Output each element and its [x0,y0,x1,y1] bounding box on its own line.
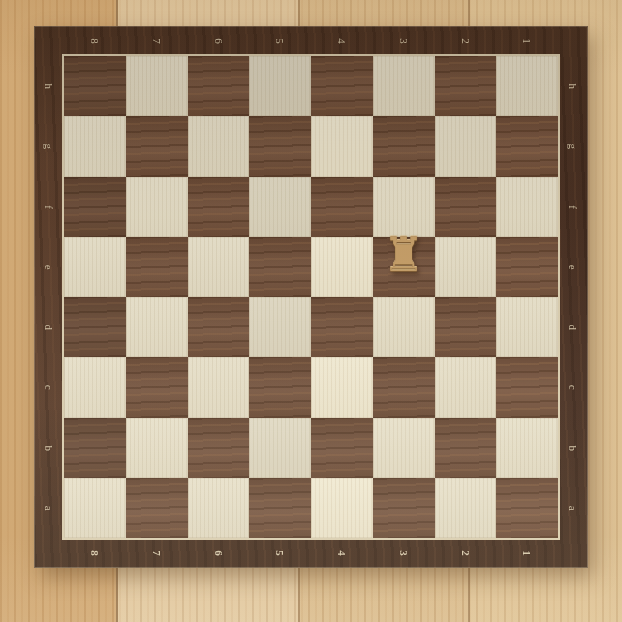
square-d3[interactable] [373,297,435,357]
square-b4[interactable] [311,418,373,478]
square-g2[interactable] [435,116,497,176]
square-g1[interactable] [496,116,558,176]
square-e8[interactable] [64,237,126,297]
square-f8[interactable] [64,177,126,237]
square-h7[interactable] [126,56,188,116]
square-c1[interactable] [496,357,558,417]
square-g3[interactable] [373,116,435,176]
square-e7[interactable] [126,237,188,297]
square-g4[interactable] [311,116,373,176]
square-b3[interactable] [373,418,435,478]
square-f1[interactable] [496,177,558,237]
rank-labels-top: 87654321 [64,26,558,56]
square-d5[interactable] [249,297,311,357]
square-c2[interactable] [435,357,497,417]
square-f7[interactable] [126,177,188,237]
square-h5[interactable] [249,56,311,116]
square-e6[interactable] [188,237,250,297]
square-d2[interactable] [435,297,497,357]
file-labels-right: hgfedcba [558,56,588,538]
board-squares: ♜ [64,56,558,538]
square-e4[interactable] [311,237,373,297]
square-g6[interactable] [188,116,250,176]
square-h2[interactable] [435,56,497,116]
square-d6[interactable] [188,297,250,357]
rank-labels-bottom: 87654321 [64,538,558,568]
square-a2[interactable] [435,478,497,538]
square-c3[interactable] [373,357,435,417]
square-a6[interactable] [188,478,250,538]
square-d1[interactable] [496,297,558,357]
square-f6[interactable] [188,177,250,237]
square-g5[interactable] [249,116,311,176]
square-f5[interactable] [249,177,311,237]
square-c4[interactable] [311,357,373,417]
square-a7[interactable] [126,478,188,538]
file-labels-left: hgfedcba [34,56,64,538]
square-h1[interactable] [496,56,558,116]
square-h8[interactable] [64,56,126,116]
square-f2[interactable] [435,177,497,237]
square-b2[interactable] [435,418,497,478]
square-d7[interactable] [126,297,188,357]
square-a5[interactable] [249,478,311,538]
square-a8[interactable] [64,478,126,538]
square-e1[interactable] [496,237,558,297]
square-b5[interactable] [249,418,311,478]
square-e2[interactable] [435,237,497,297]
square-c8[interactable] [64,357,126,417]
square-g7[interactable] [126,116,188,176]
square-b1[interactable] [496,418,558,478]
square-b8[interactable] [64,418,126,478]
square-a4[interactable] [311,478,373,538]
square-a1[interactable] [496,478,558,538]
square-c5[interactable] [249,357,311,417]
square-h4[interactable] [311,56,373,116]
square-b7[interactable] [126,418,188,478]
square-b6[interactable] [188,418,250,478]
square-f4[interactable] [311,177,373,237]
square-g8[interactable] [64,116,126,176]
square-h6[interactable] [188,56,250,116]
white-rook[interactable]: ♜ [383,231,425,278]
square-d8[interactable] [64,297,126,357]
wood-floor: 87654321 87654321 hgfedcba hgfedcba ♜ [0,0,622,622]
square-e5[interactable] [249,237,311,297]
square-e3[interactable]: ♜ [373,237,435,297]
square-h3[interactable] [373,56,435,116]
square-c6[interactable] [188,357,250,417]
square-d4[interactable] [311,297,373,357]
chess-board: 87654321 87654321 hgfedcba hgfedcba ♜ [34,26,588,568]
square-c7[interactable] [126,357,188,417]
square-a3[interactable] [373,478,435,538]
